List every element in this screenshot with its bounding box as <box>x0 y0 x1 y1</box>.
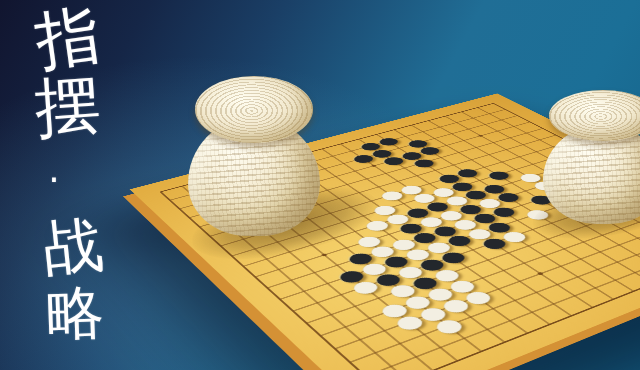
stone-bowl-left <box>188 76 320 236</box>
calligraphy-title: 指 摆 · 战 略 <box>16 6 120 342</box>
bowl-lid <box>195 76 314 143</box>
bowl-lid <box>549 90 640 141</box>
calligraphy-char: 摆 <box>33 72 103 142</box>
calligraphy-char: 指 <box>32 2 104 74</box>
calligraphy-char: 略 <box>45 283 105 343</box>
poster-scene: ●●●●●●●●●●●●●●●●●●●●●●●●●●●●●●●●●●●●●●●●… <box>0 0 640 370</box>
stone-bowl-right <box>543 90 640 224</box>
calligraphy-char: 战 <box>40 213 106 279</box>
calligraphy-separator-dot: · <box>48 162 59 198</box>
